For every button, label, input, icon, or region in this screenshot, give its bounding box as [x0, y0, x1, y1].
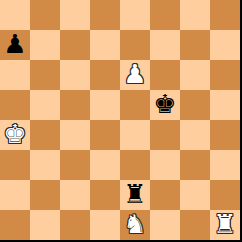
- square-f8[interactable]: [150, 0, 180, 30]
- square-h8[interactable]: [210, 0, 240, 30]
- square-b8[interactable]: [30, 0, 60, 30]
- square-a5[interactable]: [0, 90, 30, 120]
- square-d3[interactable]: [90, 150, 120, 180]
- square-d5[interactable]: [90, 90, 120, 120]
- square-c5[interactable]: [60, 90, 90, 120]
- square-b4[interactable]: [30, 120, 60, 150]
- square-e3[interactable]: [120, 150, 150, 180]
- square-d6[interactable]: [90, 60, 120, 90]
- square-h5[interactable]: [210, 90, 240, 120]
- chess-board: ♟♟♚♚♜♞♜: [0, 0, 242, 242]
- square-h7[interactable]: [210, 30, 240, 60]
- square-b2[interactable]: [30, 180, 60, 210]
- square-g6[interactable]: [180, 60, 210, 90]
- square-h2[interactable]: [210, 180, 240, 210]
- square-g7[interactable]: [180, 30, 210, 60]
- white-rook-h1[interactable]: ♜: [213, 211, 236, 237]
- square-a3[interactable]: [0, 150, 30, 180]
- black-king-f5[interactable]: ♚: [153, 91, 176, 117]
- square-f5[interactable]: ♚: [150, 90, 180, 120]
- square-a4[interactable]: ♚: [0, 120, 30, 150]
- square-d1[interactable]: [90, 210, 120, 240]
- square-b3[interactable]: [30, 150, 60, 180]
- white-knight-e1[interactable]: ♞: [123, 211, 146, 237]
- square-f2[interactable]: [150, 180, 180, 210]
- black-rook-e2[interactable]: ♜: [123, 181, 146, 207]
- square-f6[interactable]: [150, 60, 180, 90]
- square-a2[interactable]: [0, 180, 30, 210]
- square-d4[interactable]: [90, 120, 120, 150]
- square-g4[interactable]: [180, 120, 210, 150]
- square-h3[interactable]: [210, 150, 240, 180]
- square-f4[interactable]: [150, 120, 180, 150]
- square-g3[interactable]: [180, 150, 210, 180]
- square-e2[interactable]: ♜: [120, 180, 150, 210]
- square-e4[interactable]: [120, 120, 150, 150]
- square-e6[interactable]: ♟: [120, 60, 150, 90]
- square-b5[interactable]: [30, 90, 60, 120]
- square-e5[interactable]: [120, 90, 150, 120]
- square-c2[interactable]: [60, 180, 90, 210]
- square-d2[interactable]: [90, 180, 120, 210]
- square-b1[interactable]: [30, 210, 60, 240]
- chess-board-container: ♟♟♚♚♜♞♜: [0, 0, 242, 242]
- square-a6[interactable]: [0, 60, 30, 90]
- square-b6[interactable]: [30, 60, 60, 90]
- square-f1[interactable]: [150, 210, 180, 240]
- square-a7[interactable]: ♟: [0, 30, 30, 60]
- white-pawn-e6[interactable]: ♟: [123, 61, 146, 87]
- square-c7[interactable]: [60, 30, 90, 60]
- square-c8[interactable]: [60, 0, 90, 30]
- black-pawn-a7[interactable]: ♟: [3, 31, 26, 57]
- square-h1[interactable]: ♜: [210, 210, 240, 240]
- square-e7[interactable]: [120, 30, 150, 60]
- square-b7[interactable]: [30, 30, 60, 60]
- square-e8[interactable]: [120, 0, 150, 30]
- square-d8[interactable]: [90, 0, 120, 30]
- square-c3[interactable]: [60, 150, 90, 180]
- square-h4[interactable]: [210, 120, 240, 150]
- square-g5[interactable]: [180, 90, 210, 120]
- square-d7[interactable]: [90, 30, 120, 60]
- square-f7[interactable]: [150, 30, 180, 60]
- square-f3[interactable]: [150, 150, 180, 180]
- square-h6[interactable]: [210, 60, 240, 90]
- square-a1[interactable]: [0, 210, 30, 240]
- square-c4[interactable]: [60, 120, 90, 150]
- square-c1[interactable]: [60, 210, 90, 240]
- square-a8[interactable]: [0, 0, 30, 30]
- square-e1[interactable]: ♞: [120, 210, 150, 240]
- square-g2[interactable]: [180, 180, 210, 210]
- square-g8[interactable]: [180, 0, 210, 30]
- square-c6[interactable]: [60, 60, 90, 90]
- square-g1[interactable]: [180, 210, 210, 240]
- white-king-a4[interactable]: ♚: [3, 121, 26, 147]
